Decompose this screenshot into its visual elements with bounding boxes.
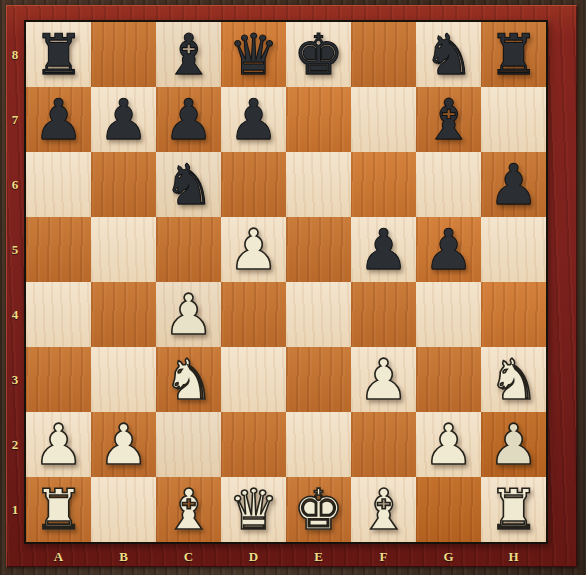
rank-label-1: 1 bbox=[6, 477, 24, 542]
square-e1[interactable]: ♚ bbox=[286, 477, 351, 542]
piece-white-pawn[interactable]: ♟ bbox=[423, 412, 473, 477]
piece-white-king[interactable]: ♚ bbox=[293, 477, 343, 542]
square-a3[interactable] bbox=[26, 347, 91, 412]
chess-board: ♜♝♛♚♞♜♟♟♟♟♝♞♟♟♟♟♟♞♟♞♟♟♟♟♜♝♛♚♝♜ bbox=[24, 20, 548, 544]
square-a8[interactable]: ♜ bbox=[26, 22, 91, 87]
piece-black-bishop[interactable]: ♝ bbox=[163, 22, 213, 87]
piece-white-bishop[interactable]: ♝ bbox=[163, 477, 213, 542]
square-d4[interactable] bbox=[221, 282, 286, 347]
square-g4[interactable] bbox=[416, 282, 481, 347]
square-c2[interactable] bbox=[156, 412, 221, 477]
square-b4[interactable] bbox=[91, 282, 156, 347]
square-b2[interactable]: ♟ bbox=[91, 412, 156, 477]
square-a6[interactable] bbox=[26, 152, 91, 217]
square-e8[interactable]: ♚ bbox=[286, 22, 351, 87]
square-b8[interactable] bbox=[91, 22, 156, 87]
square-d6[interactable] bbox=[221, 152, 286, 217]
square-b5[interactable] bbox=[91, 217, 156, 282]
file-label-h: H bbox=[481, 546, 546, 567]
piece-white-pawn[interactable]: ♟ bbox=[358, 347, 408, 412]
square-h4[interactable] bbox=[481, 282, 546, 347]
square-d2[interactable] bbox=[221, 412, 286, 477]
square-g3[interactable] bbox=[416, 347, 481, 412]
piece-black-pawn[interactable]: ♟ bbox=[98, 87, 148, 152]
square-g5[interactable]: ♟ bbox=[416, 217, 481, 282]
square-e2[interactable] bbox=[286, 412, 351, 477]
square-f4[interactable] bbox=[351, 282, 416, 347]
file-label-c: C bbox=[156, 546, 221, 567]
piece-white-rook[interactable]: ♜ bbox=[488, 477, 538, 542]
square-a2[interactable]: ♟ bbox=[26, 412, 91, 477]
piece-black-rook[interactable]: ♜ bbox=[33, 22, 83, 87]
square-b6[interactable] bbox=[91, 152, 156, 217]
square-b3[interactable] bbox=[91, 347, 156, 412]
square-a1[interactable]: ♜ bbox=[26, 477, 91, 542]
square-e5[interactable] bbox=[286, 217, 351, 282]
piece-white-pawn[interactable]: ♟ bbox=[33, 412, 83, 477]
square-f8[interactable] bbox=[351, 22, 416, 87]
square-h3[interactable]: ♞ bbox=[481, 347, 546, 412]
piece-black-pawn[interactable]: ♟ bbox=[358, 217, 408, 282]
square-c1[interactable]: ♝ bbox=[156, 477, 221, 542]
piece-white-pawn[interactable]: ♟ bbox=[488, 412, 538, 477]
square-h2[interactable]: ♟ bbox=[481, 412, 546, 477]
square-f1[interactable]: ♝ bbox=[351, 477, 416, 542]
square-h5[interactable] bbox=[481, 217, 546, 282]
square-f5[interactable]: ♟ bbox=[351, 217, 416, 282]
file-label-b: B bbox=[91, 546, 156, 567]
rank-label-5: 5 bbox=[6, 217, 24, 282]
square-h8[interactable]: ♜ bbox=[481, 22, 546, 87]
rank-label-6: 6 bbox=[6, 152, 24, 217]
rank-labels: 87654321 bbox=[6, 22, 24, 542]
piece-white-pawn[interactable]: ♟ bbox=[228, 217, 278, 282]
piece-white-rook[interactable]: ♜ bbox=[33, 477, 83, 542]
piece-white-pawn[interactable]: ♟ bbox=[98, 412, 148, 477]
square-f6[interactable] bbox=[351, 152, 416, 217]
piece-black-pawn[interactable]: ♟ bbox=[488, 152, 538, 217]
square-e3[interactable] bbox=[286, 347, 351, 412]
piece-black-pawn[interactable]: ♟ bbox=[33, 87, 83, 152]
square-c4[interactable]: ♟ bbox=[156, 282, 221, 347]
square-h7[interactable] bbox=[481, 87, 546, 152]
piece-black-queen[interactable]: ♛ bbox=[228, 22, 278, 87]
rank-label-2: 2 bbox=[6, 412, 24, 477]
square-f2[interactable] bbox=[351, 412, 416, 477]
square-g1[interactable] bbox=[416, 477, 481, 542]
square-g6[interactable] bbox=[416, 152, 481, 217]
piece-white-knight[interactable]: ♞ bbox=[488, 347, 538, 412]
piece-white-queen[interactable]: ♛ bbox=[228, 477, 278, 542]
square-a4[interactable] bbox=[26, 282, 91, 347]
piece-black-rook[interactable]: ♜ bbox=[488, 22, 538, 87]
file-label-e: E bbox=[286, 546, 351, 567]
square-c6[interactable]: ♞ bbox=[156, 152, 221, 217]
square-d8[interactable]: ♛ bbox=[221, 22, 286, 87]
file-label-f: F bbox=[351, 546, 416, 567]
rank-label-8: 8 bbox=[6, 22, 24, 87]
square-c7[interactable]: ♟ bbox=[156, 87, 221, 152]
square-g8[interactable]: ♞ bbox=[416, 22, 481, 87]
square-d7[interactable]: ♟ bbox=[221, 87, 286, 152]
square-f7[interactable] bbox=[351, 87, 416, 152]
file-label-a: A bbox=[26, 546, 91, 567]
square-d3[interactable] bbox=[221, 347, 286, 412]
square-c3[interactable]: ♞ bbox=[156, 347, 221, 412]
square-d1[interactable]: ♛ bbox=[221, 477, 286, 542]
square-a5[interactable] bbox=[26, 217, 91, 282]
square-f3[interactable]: ♟ bbox=[351, 347, 416, 412]
square-a7[interactable]: ♟ bbox=[26, 87, 91, 152]
piece-black-pawn[interactable]: ♟ bbox=[163, 87, 213, 152]
file-label-g: G bbox=[416, 546, 481, 567]
square-g7[interactable]: ♝ bbox=[416, 87, 481, 152]
square-h1[interactable]: ♜ bbox=[481, 477, 546, 542]
square-c5[interactable] bbox=[156, 217, 221, 282]
piece-black-king[interactable]: ♚ bbox=[293, 22, 343, 87]
piece-black-pawn[interactable]: ♟ bbox=[228, 87, 278, 152]
piece-black-knight[interactable]: ♞ bbox=[423, 22, 473, 87]
square-e7[interactable] bbox=[286, 87, 351, 152]
file-labels: ABCDEFGH bbox=[26, 546, 546, 567]
piece-white-knight[interactable]: ♞ bbox=[163, 347, 213, 412]
piece-white-bishop[interactable]: ♝ bbox=[358, 477, 408, 542]
square-g2[interactable]: ♟ bbox=[416, 412, 481, 477]
piece-white-pawn[interactable]: ♟ bbox=[163, 282, 213, 347]
square-h6[interactable]: ♟ bbox=[481, 152, 546, 217]
square-b1[interactable] bbox=[91, 477, 156, 542]
square-c8[interactable]: ♝ bbox=[156, 22, 221, 87]
piece-black-pawn[interactable]: ♟ bbox=[423, 217, 473, 282]
square-e4[interactable] bbox=[286, 282, 351, 347]
square-e6[interactable] bbox=[286, 152, 351, 217]
piece-black-bishop[interactable]: ♝ bbox=[423, 87, 473, 152]
square-d5[interactable]: ♟ bbox=[221, 217, 286, 282]
square-b7[interactable]: ♟ bbox=[91, 87, 156, 152]
piece-black-knight[interactable]: ♞ bbox=[163, 152, 213, 217]
file-label-d: D bbox=[221, 546, 286, 567]
rank-label-7: 7 bbox=[6, 87, 24, 152]
rank-label-3: 3 bbox=[6, 347, 24, 412]
rank-label-4: 4 bbox=[6, 282, 24, 347]
